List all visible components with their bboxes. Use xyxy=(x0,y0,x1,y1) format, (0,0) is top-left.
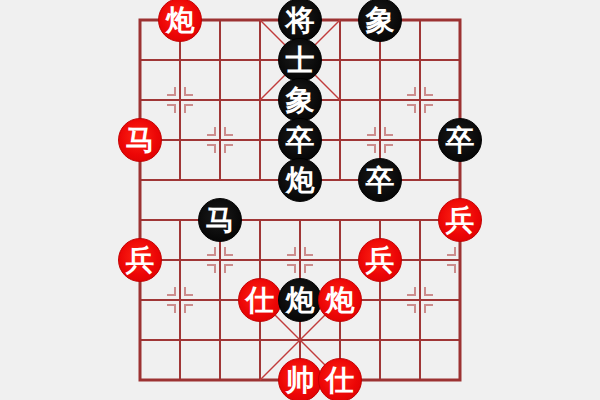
piece-black-soldier[interactable]: 卒 xyxy=(358,158,402,202)
piece-black-general[interactable]: 将 xyxy=(278,0,322,42)
piece-black-elephant[interactable]: 象 xyxy=(358,0,402,42)
piece-red-general[interactable]: 帅 xyxy=(278,358,322,400)
piece-red-soldier[interactable]: 兵 xyxy=(358,238,402,282)
piece-red-advisor[interactable]: 仕 xyxy=(238,278,282,322)
piece-black-elephant[interactable]: 象 xyxy=(278,78,322,122)
piece-black-soldier[interactable]: 卒 xyxy=(438,118,482,162)
pieces-layer: 炮将象士象马卒卒炮卒马兵兵兵仕炮炮帅仕 xyxy=(0,0,600,400)
piece-red-soldier[interactable]: 兵 xyxy=(438,198,482,242)
xiangqi-board: 炮将象士象马卒卒炮卒马兵兵兵仕炮炮帅仕 xyxy=(0,0,600,400)
piece-red-soldier[interactable]: 兵 xyxy=(118,238,162,282)
piece-black-cannon[interactable]: 炮 xyxy=(278,278,322,322)
piece-black-cannon[interactable]: 炮 xyxy=(278,158,322,202)
piece-red-cannon[interactable]: 炮 xyxy=(158,0,202,42)
piece-black-soldier[interactable]: 卒 xyxy=(278,118,322,162)
piece-red-horse[interactable]: 马 xyxy=(118,118,162,162)
piece-red-advisor[interactable]: 仕 xyxy=(318,358,362,400)
piece-black-advisor[interactable]: 士 xyxy=(278,38,322,82)
piece-black-horse[interactable]: 马 xyxy=(198,198,242,242)
piece-red-cannon[interactable]: 炮 xyxy=(318,278,362,322)
